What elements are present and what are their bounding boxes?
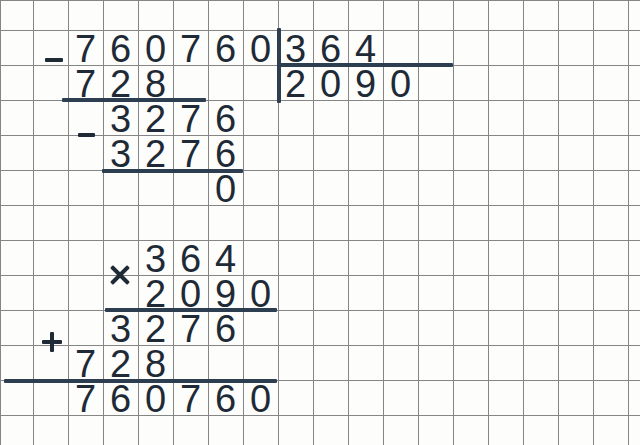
div-remainder1-digit-3: 6	[208, 100, 243, 135]
quotient-digit-1: 0	[313, 65, 348, 100]
plus-sign-bar	[50, 332, 54, 352]
multiplicand-digit-1: 6	[173, 240, 208, 275]
dividend-digit-3: 7	[173, 30, 208, 65]
dividend-digit-5: 0	[243, 30, 278, 65]
plus-sign	[42, 332, 62, 352]
dividend-digit-0: 7	[68, 30, 103, 65]
minus-sign-division-step1	[45, 58, 63, 62]
product-digit-3: 7	[173, 380, 208, 415]
multiplicand-digit-2: 4	[208, 240, 243, 275]
division-subtraction2-underline	[102, 169, 243, 173]
multiplier-digit-0: 2	[138, 275, 173, 310]
div-subtrahend1-digit-0: 7	[68, 65, 103, 100]
quotient-digit-0: 2	[278, 65, 313, 100]
partial1-digit-1: 2	[138, 310, 173, 345]
div-subtrahend1-digit-1: 2	[103, 65, 138, 100]
div-remainder1-digit-0: 3	[103, 100, 138, 135]
dividend-digit-2: 0	[138, 30, 173, 65]
multiplication-operands-underline	[105, 308, 277, 312]
div-subtrahend2-digit-1: 2	[138, 135, 173, 170]
multiplier-digit-1: 0	[173, 275, 208, 310]
div-remainder2-digit-0: 0	[208, 170, 243, 205]
div-subtrahend2-digit-0: 3	[103, 135, 138, 170]
minus-sign-division-step2	[78, 133, 95, 137]
quotient-digit-2: 9	[348, 65, 383, 100]
partial2-digit-1: 2	[103, 345, 138, 380]
div-remainder1-digit-2: 7	[173, 100, 208, 135]
product-digit-4: 6	[208, 380, 243, 415]
dividend-digit-4: 6	[208, 30, 243, 65]
divisor-digit-1: 6	[313, 30, 348, 65]
partial1-digit-3: 6	[208, 310, 243, 345]
multiplicand-digit-0: 3	[138, 240, 173, 275]
squared-paper-sheet: 7 6 0 7 6 0 3 6 4 7 2 8 2 0 9 0 3 2 7 6 …	[0, 0, 640, 445]
divisor-digit-0: 3	[278, 30, 313, 65]
product-digit-5: 0	[243, 380, 278, 415]
multiplication-sum-underline	[4, 379, 277, 383]
times-sign	[110, 265, 130, 284]
product-digit-1: 6	[103, 380, 138, 415]
partial2-digit-0: 7	[68, 345, 103, 380]
multiplier-digit-2: 9	[208, 275, 243, 310]
multiplier-digit-3: 0	[243, 275, 278, 310]
division-bracket-horizontal-line	[277, 63, 453, 67]
partial1-digit-0: 3	[103, 310, 138, 345]
product-digit-0: 7	[68, 380, 103, 415]
div-subtrahend2-digit-3: 6	[208, 135, 243, 170]
product-digit-2: 0	[138, 380, 173, 415]
divisor-digit-2: 4	[348, 30, 383, 65]
partial2-digit-2: 8	[138, 345, 173, 380]
quotient-digit-3: 0	[383, 65, 418, 100]
div-remainder1-digit-1: 2	[138, 100, 173, 135]
div-subtrahend2-digit-2: 7	[173, 135, 208, 170]
div-subtrahend1-digit-2: 8	[138, 65, 173, 100]
dividend-digit-1: 6	[103, 30, 138, 65]
partial1-digit-2: 7	[173, 310, 208, 345]
division-subtraction1-underline	[62, 98, 206, 102]
